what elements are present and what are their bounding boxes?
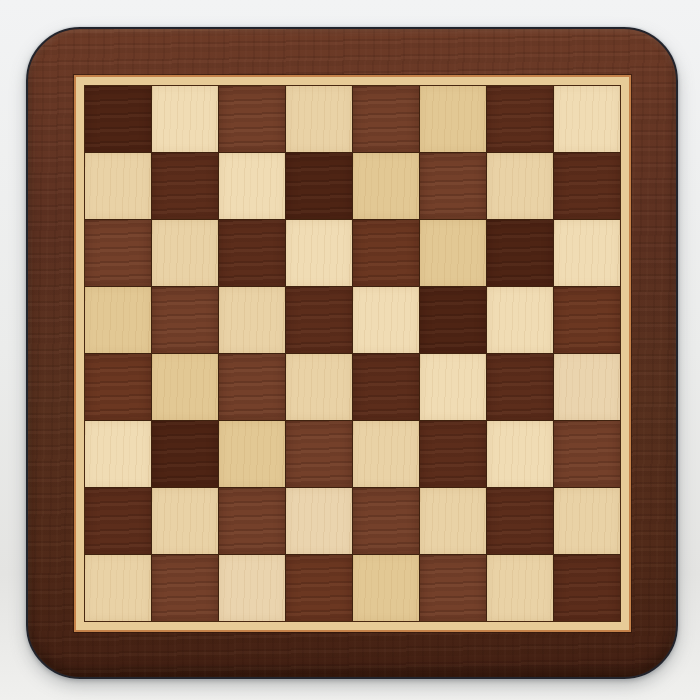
square-r3c6 (487, 287, 553, 353)
board-grid (84, 85, 621, 622)
square-r0c7 (554, 86, 620, 152)
square-r5c1 (152, 421, 218, 487)
square-r0c2 (219, 86, 285, 152)
square-r3c1 (152, 287, 218, 353)
square-r2c5 (420, 220, 486, 286)
square-r2c7 (554, 220, 620, 286)
square-r2c0 (85, 220, 151, 286)
square-r6c3 (286, 488, 352, 554)
square-r5c7 (554, 421, 620, 487)
square-r1c1 (152, 153, 218, 219)
photo-background (0, 0, 700, 700)
square-r0c5 (420, 86, 486, 152)
square-r5c2 (219, 421, 285, 487)
square-r4c1 (152, 354, 218, 420)
square-r7c1 (152, 555, 218, 621)
square-r3c5 (420, 287, 486, 353)
square-r6c2 (219, 488, 285, 554)
square-r6c7 (554, 488, 620, 554)
square-r1c2 (219, 153, 285, 219)
square-r5c0 (85, 421, 151, 487)
square-r6c5 (420, 488, 486, 554)
square-r4c6 (487, 354, 553, 420)
square-r1c4 (353, 153, 419, 219)
square-r4c7 (554, 354, 620, 420)
square-r7c4 (353, 555, 419, 621)
square-r5c4 (353, 421, 419, 487)
square-r3c0 (85, 287, 151, 353)
square-r4c4 (353, 354, 419, 420)
square-r2c4 (353, 220, 419, 286)
square-r0c6 (487, 86, 553, 152)
square-r7c5 (420, 555, 486, 621)
square-r7c6 (487, 555, 553, 621)
square-r1c5 (420, 153, 486, 219)
square-r7c2 (219, 555, 285, 621)
square-r4c0 (85, 354, 151, 420)
square-r7c0 (85, 555, 151, 621)
square-r4c2 (219, 354, 285, 420)
square-r6c6 (487, 488, 553, 554)
square-r6c0 (85, 488, 151, 554)
square-r2c1 (152, 220, 218, 286)
square-r3c2 (219, 287, 285, 353)
square-r1c3 (286, 153, 352, 219)
square-r4c3 (286, 354, 352, 420)
square-r6c4 (353, 488, 419, 554)
square-r2c3 (286, 220, 352, 286)
square-r1c6 (487, 153, 553, 219)
square-r0c1 (152, 86, 218, 152)
square-r3c4 (353, 287, 419, 353)
square-r0c4 (353, 86, 419, 152)
chess-board (26, 27, 678, 679)
square-r6c1 (152, 488, 218, 554)
board-inlay-frame (76, 77, 629, 630)
square-r5c6 (487, 421, 553, 487)
square-r2c2 (219, 220, 285, 286)
square-r1c0 (85, 153, 151, 219)
square-r2c6 (487, 220, 553, 286)
square-r1c7 (554, 153, 620, 219)
square-r5c3 (286, 421, 352, 487)
square-r3c3 (286, 287, 352, 353)
square-r7c7 (554, 555, 620, 621)
square-r7c3 (286, 555, 352, 621)
square-r0c3 (286, 86, 352, 152)
square-r0c0 (85, 86, 151, 152)
square-r5c5 (420, 421, 486, 487)
square-r4c5 (420, 354, 486, 420)
square-r3c7 (554, 287, 620, 353)
